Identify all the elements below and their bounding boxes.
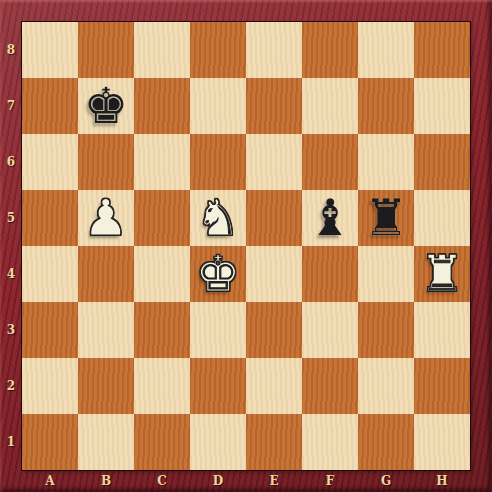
white-pawn[interactable]: ♟ bbox=[78, 190, 134, 246]
square-h3[interactable] bbox=[414, 302, 470, 358]
white-rook[interactable]: ♜ bbox=[414, 246, 470, 302]
file-label-b: B bbox=[78, 470, 134, 492]
square-a6[interactable] bbox=[22, 134, 78, 190]
square-h6[interactable] bbox=[414, 134, 470, 190]
board-frame: ♚♟♞♝♜♚♜ 87654321ABCDEFGH bbox=[0, 0, 492, 492]
square-d8[interactable] bbox=[190, 22, 246, 78]
square-h1[interactable] bbox=[414, 414, 470, 470]
rank-label-8: 8 bbox=[0, 22, 22, 78]
square-d6[interactable] bbox=[190, 134, 246, 190]
black-king[interactable]: ♚ bbox=[78, 78, 134, 134]
white-king[interactable]: ♚ bbox=[190, 246, 246, 302]
square-e5[interactable] bbox=[246, 190, 302, 246]
black-bishop[interactable]: ♝ bbox=[302, 190, 358, 246]
square-b2[interactable] bbox=[78, 358, 134, 414]
square-g1[interactable] bbox=[358, 414, 414, 470]
square-d1[interactable] bbox=[190, 414, 246, 470]
square-g4[interactable] bbox=[358, 246, 414, 302]
square-c8[interactable] bbox=[134, 22, 190, 78]
square-d7[interactable] bbox=[190, 78, 246, 134]
rank-label-3: 3 bbox=[0, 302, 22, 358]
square-g2[interactable] bbox=[358, 358, 414, 414]
square-e1[interactable] bbox=[246, 414, 302, 470]
rank-label-5: 5 bbox=[0, 190, 22, 246]
square-a2[interactable] bbox=[22, 358, 78, 414]
square-d2[interactable] bbox=[190, 358, 246, 414]
square-c6[interactable] bbox=[134, 134, 190, 190]
square-a1[interactable] bbox=[22, 414, 78, 470]
square-a8[interactable] bbox=[22, 22, 78, 78]
square-g3[interactable] bbox=[358, 302, 414, 358]
square-d3[interactable] bbox=[190, 302, 246, 358]
rank-label-2: 2 bbox=[0, 358, 22, 414]
square-b4[interactable] bbox=[78, 246, 134, 302]
square-f2[interactable] bbox=[302, 358, 358, 414]
black-rook[interactable]: ♜ bbox=[358, 190, 414, 246]
square-h4[interactable]: ♜ bbox=[414, 246, 470, 302]
square-f3[interactable] bbox=[302, 302, 358, 358]
rank-label-6: 6 bbox=[0, 134, 22, 190]
square-e3[interactable] bbox=[246, 302, 302, 358]
square-d5[interactable]: ♞ bbox=[190, 190, 246, 246]
square-e7[interactable] bbox=[246, 78, 302, 134]
square-b3[interactable] bbox=[78, 302, 134, 358]
square-b7[interactable]: ♚ bbox=[78, 78, 134, 134]
square-a5[interactable] bbox=[22, 190, 78, 246]
file-label-g: G bbox=[358, 470, 414, 492]
square-b5[interactable]: ♟ bbox=[78, 190, 134, 246]
square-h5[interactable] bbox=[414, 190, 470, 246]
file-label-c: C bbox=[134, 470, 190, 492]
file-label-h: H bbox=[414, 470, 470, 492]
file-label-a: A bbox=[22, 470, 78, 492]
square-f4[interactable] bbox=[302, 246, 358, 302]
rank-label-7: 7 bbox=[0, 78, 22, 134]
square-g6[interactable] bbox=[358, 134, 414, 190]
square-h8[interactable] bbox=[414, 22, 470, 78]
square-g8[interactable] bbox=[358, 22, 414, 78]
square-f8[interactable] bbox=[302, 22, 358, 78]
square-h2[interactable] bbox=[414, 358, 470, 414]
square-f5[interactable]: ♝ bbox=[302, 190, 358, 246]
square-e8[interactable] bbox=[246, 22, 302, 78]
square-h7[interactable] bbox=[414, 78, 470, 134]
square-f1[interactable] bbox=[302, 414, 358, 470]
square-c3[interactable] bbox=[134, 302, 190, 358]
square-a7[interactable] bbox=[22, 78, 78, 134]
square-c1[interactable] bbox=[134, 414, 190, 470]
square-f6[interactable] bbox=[302, 134, 358, 190]
square-c5[interactable] bbox=[134, 190, 190, 246]
square-b1[interactable] bbox=[78, 414, 134, 470]
square-e6[interactable] bbox=[246, 134, 302, 190]
square-b8[interactable] bbox=[78, 22, 134, 78]
square-c4[interactable] bbox=[134, 246, 190, 302]
rank-label-4: 4 bbox=[0, 246, 22, 302]
square-f7[interactable] bbox=[302, 78, 358, 134]
square-g7[interactable] bbox=[358, 78, 414, 134]
square-b6[interactable] bbox=[78, 134, 134, 190]
square-a4[interactable] bbox=[22, 246, 78, 302]
square-c2[interactable] bbox=[134, 358, 190, 414]
square-e2[interactable] bbox=[246, 358, 302, 414]
white-knight[interactable]: ♞ bbox=[190, 190, 246, 246]
square-a3[interactable] bbox=[22, 302, 78, 358]
square-d4[interactable]: ♚ bbox=[190, 246, 246, 302]
square-g5[interactable]: ♜ bbox=[358, 190, 414, 246]
file-label-e: E bbox=[246, 470, 302, 492]
file-label-d: D bbox=[190, 470, 246, 492]
file-label-f: F bbox=[302, 470, 358, 492]
rank-label-1: 1 bbox=[0, 414, 22, 470]
board: ♚♟♞♝♜♚♜ bbox=[22, 22, 470, 470]
square-e4[interactable] bbox=[246, 246, 302, 302]
square-c7[interactable] bbox=[134, 78, 190, 134]
